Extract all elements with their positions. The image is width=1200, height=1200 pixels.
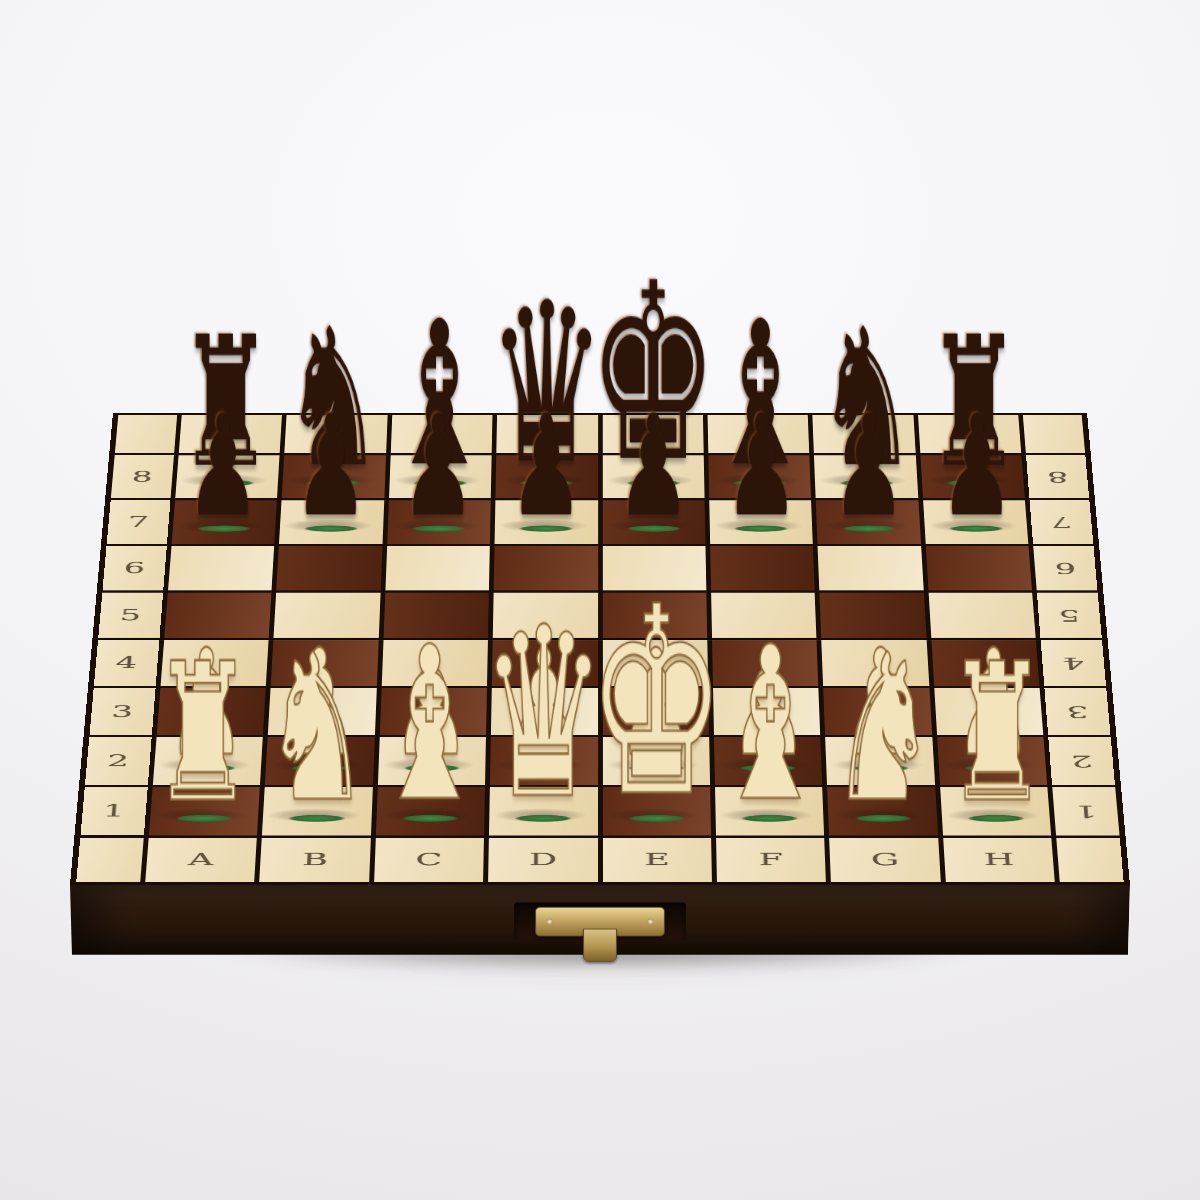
coordinate-label: 1 [102,803,125,820]
file-label-a: A [145,838,257,882]
latch-tab [583,929,617,962]
square-b7: ♟ [279,500,384,544]
coordinate-label: F [759,851,784,868]
piece-light-bishop-c1: ♝ [373,619,486,831]
square-b1: ♞ [262,787,372,835]
rank-label-left-3: 3 [90,688,156,735]
piece-light-bishop-f1: ♝ [714,619,827,831]
square-c7: ♟ [387,500,491,544]
file-label-g: G [830,838,941,882]
square-a1: ♜ [148,787,259,835]
border-corner [76,838,143,882]
square-c6 [385,546,490,590]
rank-label-right-6: 6 [1034,546,1098,590]
rank-label-left-1: 1 [80,787,147,835]
rank-label-right-4: 4 [1041,640,1106,686]
border-corner [1057,838,1124,882]
coordinate-label: 5 [119,607,142,622]
file-label-d: D [488,838,597,882]
square-a7: ♟ [171,500,277,544]
rank-label-right-2: 2 [1049,737,1115,785]
square-h1: ♜ [940,787,1051,835]
piece-light-knight-g1: ♞ [830,628,938,830]
file-label-c: C [374,838,484,882]
square-d7: ♟ [495,500,598,544]
square-f1: ♝ [715,787,825,835]
piece-dark-pawn-e7: ♟ [616,396,691,536]
coordinate-label: 6 [1054,561,1076,576]
square-d1: ♛ [489,787,598,835]
coordinate-label: 8 [131,469,153,484]
rank-label-left-8: 8 [111,455,174,498]
coordinate-label: 7 [1050,515,1072,530]
coordinate-label: D [529,851,557,868]
coordinate-label: 5 [1058,607,1081,622]
rank-label-left-6: 6 [103,546,167,590]
piece-dark-pawn-f7: ♟ [724,396,799,536]
square-e7: ♟ [602,500,705,544]
piece-dark-pawn-h7: ♟ [939,396,1014,536]
piece-light-knight-b1: ♞ [263,628,371,830]
rank-label-left-2: 2 [85,737,151,785]
rank-label-right-8: 8 [1026,455,1089,498]
square-f6 [710,546,815,590]
coordinate-label: E [644,851,670,868]
piece-dark-pawn-a7: ♟ [186,396,261,536]
piece-dark-pawn-g7: ♟ [832,396,907,536]
square-g1: ♞ [828,787,938,835]
square-g7: ♟ [816,500,921,544]
square-h7: ♟ [923,500,1029,544]
file-label-b: B [259,838,370,882]
coordinate-label: 3 [1066,703,1089,719]
coordinate-label: 8 [1047,469,1069,484]
rank-label-left-7: 7 [107,500,170,544]
coordinate-label: C [415,851,442,868]
photo-scene: 8♜♞♝♛♚♝♞♜87♟♟♟♟♟♟♟♟7665544332♟♟♟♟♟♟♟♟21♜… [0,0,1200,1200]
coordinate-label: H [983,851,1015,868]
coordinate-label: 2 [1070,753,1093,769]
file-label-e: E [602,838,711,882]
piece-light-rook-a1: ♜ [152,638,254,829]
square-a6 [168,546,275,590]
border-corner [1023,415,1085,453]
square-f7: ♟ [709,500,813,544]
rank-label-right-1: 1 [1053,787,1120,835]
coordinate-label: 7 [127,515,149,530]
latch-screw [546,919,553,925]
coordinate-label: 4 [115,655,138,671]
brass-latch [535,907,665,937]
piece-dark-pawn-c7: ♟ [401,396,476,536]
rank-label-left-4: 4 [94,640,159,686]
rank-label-right-3: 3 [1045,688,1111,735]
coordinate-label: 1 [1074,803,1097,820]
square-h6 [926,546,1033,590]
coordinate-label: B [302,851,328,868]
coordinate-label: 3 [111,703,134,719]
coordinate-label: A [188,851,214,868]
piece-dark-pawn-b7: ♟ [294,396,369,536]
piece-light-rook-h1: ♜ [946,638,1048,829]
square-b6 [276,546,382,590]
coordinate-label: 4 [1062,655,1085,671]
border-corner [115,415,177,453]
chess-board: 8♜♞♝♛♚♝♞♜87♟♟♟♟♟♟♟♟7665544332♟♟♟♟♟♟♟♟21♜… [70,413,1130,885]
file-label-h: H [943,838,1055,882]
latch-screw [647,919,654,925]
coordinate-label: 6 [123,561,145,576]
square-c1: ♝ [375,787,485,835]
piece-light-king-e1: ♚ [588,573,726,833]
square-g6 [818,546,924,590]
piece-dark-pawn-d7: ♟ [509,396,584,536]
box-front-side [70,885,1130,955]
file-label-f: F [716,838,826,882]
chess-board-3d: 8♜♞♝♛♚♝♞♜87♟♟♟♟♟♟♟♟7665544332♟♟♟♟♟♟♟♟21♜… [70,413,1130,885]
coordinate-label: G [871,851,900,868]
square-e1: ♚ [602,787,711,835]
coordinate-label: 2 [107,753,130,769]
rank-label-right-7: 7 [1030,500,1093,544]
